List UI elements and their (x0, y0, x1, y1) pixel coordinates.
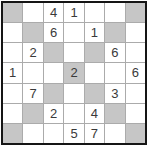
cell-r1c7 (126, 3, 145, 22)
cell-r4c6[interactable] (105, 63, 124, 82)
cell-r5c7[interactable] (126, 84, 145, 103)
cell-r5c5 (85, 84, 104, 103)
cell-r2c2 (23, 23, 42, 42)
cell-r7c6[interactable] (105, 124, 124, 143)
cell-r7c3[interactable] (44, 124, 63, 143)
cell-r7c7 (126, 124, 145, 143)
cell-r6c3[interactable]: 2 (44, 104, 63, 123)
cell-r5c2[interactable]: 7 (23, 84, 42, 103)
cell-r1c2[interactable] (23, 3, 42, 22)
cell-r6c1[interactable] (3, 104, 22, 123)
cell-r3c5 (85, 43, 104, 62)
cell-r2c5[interactable]: 1 (85, 23, 104, 42)
cell-r1c4[interactable]: 1 (64, 3, 83, 22)
cell-r4c1[interactable]: 1 (3, 63, 22, 82)
cell-r2c3[interactable]: 6 (44, 23, 63, 42)
cell-r3c1[interactable] (3, 43, 22, 62)
cell-r5c1[interactable] (3, 84, 22, 103)
cell-r3c3 (44, 43, 63, 62)
cell-r6c5[interactable]: 4 (85, 104, 104, 123)
cell-r2c4[interactable] (64, 23, 83, 42)
cell-r6c4[interactable] (64, 104, 83, 123)
cell-r1c3[interactable]: 4 (44, 3, 63, 22)
cell-r6c6 (105, 104, 124, 123)
cell-r5c6[interactable]: 3 (105, 84, 124, 103)
cell-r7c2[interactable] (23, 124, 42, 143)
cell-r4c7[interactable]: 6 (126, 63, 145, 82)
cell-r4c5[interactable] (85, 63, 104, 82)
cell-r4c2[interactable] (23, 63, 42, 82)
cell-r5c3 (44, 84, 63, 103)
cell-r6c2 (23, 104, 42, 123)
cell-r1c5[interactable] (85, 3, 104, 22)
cell-r7c4[interactable]: 5 (64, 124, 83, 143)
cell-r4c4: 2 (64, 63, 83, 82)
cell-r1c1 (3, 3, 22, 22)
cell-r7c1 (3, 124, 22, 143)
cell-r3c4[interactable] (64, 43, 83, 62)
cell-r3c6[interactable]: 6 (105, 43, 124, 62)
board-grid: 416126126732457 (3, 3, 145, 143)
cell-r2c7[interactable] (126, 23, 145, 42)
cell-r2c6 (105, 23, 124, 42)
cell-r3c2[interactable]: 2 (23, 43, 42, 62)
cell-r1c6[interactable] (105, 3, 124, 22)
cell-r6c7[interactable] (126, 104, 145, 123)
cell-r5c4[interactable] (64, 84, 83, 103)
cell-r7c5[interactable]: 7 (85, 124, 104, 143)
cell-r4c3[interactable] (44, 63, 63, 82)
cell-r2c1[interactable] (3, 23, 22, 42)
cell-r3c7[interactable] (126, 43, 145, 62)
puzzle-board: 416126126732457 (1, 1, 147, 145)
